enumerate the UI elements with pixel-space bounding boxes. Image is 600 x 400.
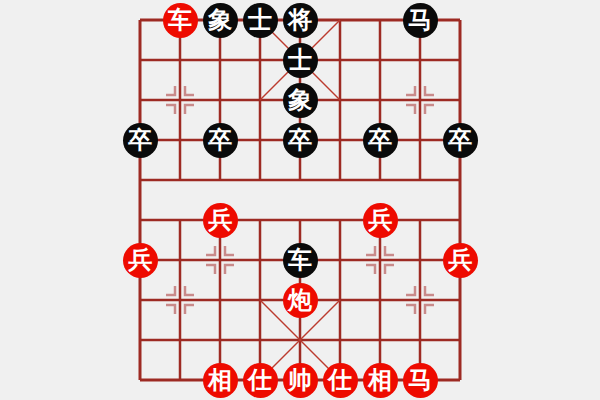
black-general[interactable]: 将 <box>283 3 318 38</box>
red-soldier[interactable]: 兵 <box>123 243 158 278</box>
red-elephant[interactable]: 相 <box>363 363 398 398</box>
red-soldier[interactable]: 兵 <box>203 203 238 238</box>
red-horse[interactable]: 马 <box>403 363 438 398</box>
red-elephant[interactable]: 相 <box>203 363 238 398</box>
red-soldier[interactable]: 兵 <box>443 243 478 278</box>
black-advisor[interactable]: 士 <box>243 3 278 38</box>
red-general[interactable]: 帅 <box>283 363 318 398</box>
red-chariot[interactable]: 车 <box>163 3 198 38</box>
red-advisor[interactable]: 仕 <box>243 363 278 398</box>
black-soldier[interactable]: 卒 <box>363 123 398 158</box>
red-soldier[interactable]: 兵 <box>363 203 398 238</box>
red-cannon[interactable]: 炮 <box>283 283 318 318</box>
black-elephant[interactable]: 象 <box>283 83 318 118</box>
black-soldier[interactable]: 卒 <box>123 123 158 158</box>
black-elephant[interactable]: 象 <box>203 3 238 38</box>
xiangqi-app: 车象士将马士象卒卒卒卒卒兵兵兵车兵炮相仕帅仕相马 <box>0 0 600 400</box>
black-horse[interactable]: 马 <box>403 3 438 38</box>
black-soldier[interactable]: 卒 <box>283 123 318 158</box>
black-chariot[interactable]: 车 <box>283 243 318 278</box>
black-advisor[interactable]: 士 <box>283 43 318 78</box>
pieces-layer: 车象士将马士象卒卒卒卒卒兵兵兵车兵炮相仕帅仕相马 <box>0 0 600 400</box>
black-soldier[interactable]: 卒 <box>443 123 478 158</box>
red-advisor[interactable]: 仕 <box>323 363 358 398</box>
black-soldier[interactable]: 卒 <box>203 123 238 158</box>
